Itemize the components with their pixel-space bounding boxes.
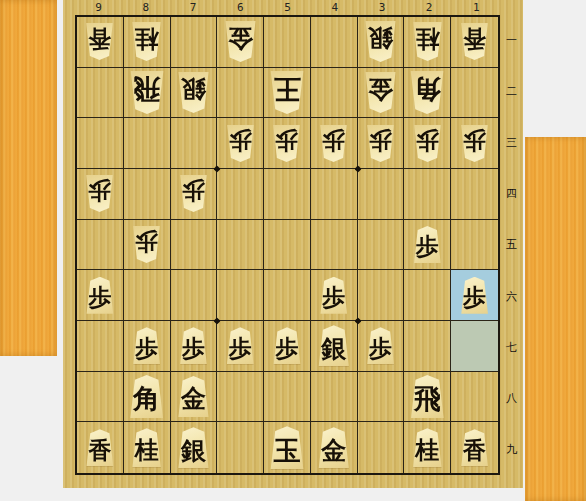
square-74[interactable]: 歩 — [171, 169, 218, 220]
left-komadai-panel — [0, 0, 57, 356]
gote-pawn-63[interactable]: 歩 — [225, 125, 256, 162]
square-61[interactable]: 金 — [217, 17, 264, 68]
sente-rook-28[interactable]: 飛 — [408, 375, 446, 418]
square-36[interactable] — [358, 270, 405, 321]
square-72[interactable]: 銀 — [171, 68, 218, 119]
rank-label-2: 二 — [500, 66, 523, 117]
square-99[interactable]: 香 — [77, 422, 124, 473]
file-labels: 987654321 — [75, 0, 500, 15]
square-82[interactable]: 飛 — [124, 68, 171, 119]
square-55[interactable] — [264, 220, 311, 271]
square-98[interactable] — [77, 372, 124, 423]
gote-pawn-85[interactable]: 歩 — [131, 226, 162, 263]
sente-king-59[interactable]: 玉 — [268, 426, 306, 469]
gote-bishop-22[interactable]: 角 — [408, 71, 446, 114]
square-27[interactable] — [404, 321, 451, 372]
rank-label-9: 九 — [500, 424, 523, 475]
square-15[interactable] — [451, 220, 498, 271]
gote-gold-32[interactable]: 金 — [363, 72, 398, 113]
square-24[interactable] — [404, 169, 451, 220]
square-66[interactable] — [217, 270, 264, 321]
square-84[interactable] — [124, 169, 171, 220]
sente-pawn-87[interactable]: 歩 — [131, 327, 162, 364]
sente-pawn-96[interactable]: 歩 — [84, 277, 115, 314]
square-78[interactable]: 金 — [171, 372, 218, 423]
square-42[interactable] — [311, 68, 358, 119]
square-12[interactable] — [451, 68, 498, 119]
square-44[interactable] — [311, 169, 358, 220]
square-17[interactable] — [451, 321, 498, 372]
square-26[interactable] — [404, 270, 451, 321]
square-65[interactable] — [217, 220, 264, 271]
square-57[interactable]: 歩 — [264, 321, 311, 372]
right-komadai-panel — [525, 137, 586, 501]
square-11[interactable]: 香 — [451, 17, 498, 68]
square-53[interactable]: 歩 — [264, 118, 311, 169]
sente-silver-79[interactable]: 銀 — [176, 427, 211, 468]
square-81[interactable]: 桂 — [124, 17, 171, 68]
board-grid[interactable]: 香桂金銀桂香飛銀王金角歩歩歩歩歩歩歩歩歩歩歩歩歩歩歩歩歩銀歩角金飛香桂銀玉金桂香 — [75, 15, 500, 475]
square-38[interactable] — [358, 372, 405, 423]
square-37[interactable]: 歩 — [358, 321, 405, 372]
square-19[interactable]: 香 — [451, 422, 498, 473]
square-95[interactable] — [77, 220, 124, 271]
square-77[interactable]: 歩 — [171, 321, 218, 372]
square-45[interactable] — [311, 220, 358, 271]
square-34[interactable] — [358, 169, 405, 220]
square-31[interactable]: 銀 — [358, 17, 405, 68]
sente-pawn-37[interactable]: 歩 — [365, 327, 396, 364]
sente-pawn-16[interactable]: 歩 — [459, 277, 490, 314]
square-67[interactable]: 歩 — [217, 321, 264, 372]
square-91[interactable]: 香 — [77, 17, 124, 68]
square-76[interactable] — [171, 270, 218, 321]
square-94[interactable]: 歩 — [77, 169, 124, 220]
sente-bishop-88[interactable]: 角 — [128, 375, 166, 418]
square-88[interactable]: 角 — [124, 372, 171, 423]
square-18[interactable] — [451, 372, 498, 423]
square-89[interactable]: 桂 — [124, 422, 171, 473]
gote-gold-61[interactable]: 金 — [223, 21, 258, 62]
square-97[interactable] — [77, 321, 124, 372]
square-28[interactable]: 飛 — [404, 372, 451, 423]
square-41[interactable] — [311, 17, 358, 68]
square-92[interactable] — [77, 68, 124, 119]
sente-knight-29[interactable]: 桂 — [411, 428, 444, 467]
square-13[interactable]: 歩 — [451, 118, 498, 169]
file-label-4: 4 — [311, 0, 358, 15]
square-93[interactable] — [77, 118, 124, 169]
gote-pawn-74[interactable]: 歩 — [178, 175, 209, 212]
gote-silver-72[interactable]: 銀 — [176, 72, 211, 113]
sente-pawn-67[interactable]: 歩 — [225, 327, 256, 364]
square-29[interactable]: 桂 — [404, 422, 451, 473]
square-83[interactable] — [124, 118, 171, 169]
sente-pawn-77[interactable]: 歩 — [178, 327, 209, 364]
gote-rook-82[interactable]: 飛 — [128, 71, 166, 114]
gote-lance-11[interactable]: 香 — [459, 23, 490, 60]
square-86[interactable] — [124, 270, 171, 321]
square-59[interactable]: 玉 — [264, 422, 311, 473]
square-48[interactable] — [311, 372, 358, 423]
square-58[interactable] — [264, 372, 311, 423]
gote-pawn-13[interactable]: 歩 — [459, 125, 490, 162]
shogi-app: 987654321 香桂金銀桂香飛銀王金角歩歩歩歩歩歩歩歩歩歩歩歩歩歩歩歩歩銀歩… — [0, 0, 586, 501]
gote-king-52[interactable]: 王 — [268, 71, 306, 114]
square-71[interactable] — [171, 17, 218, 68]
square-64[interactable] — [217, 169, 264, 220]
square-23[interactable]: 歩 — [404, 118, 451, 169]
gote-pawn-23[interactable]: 歩 — [412, 125, 443, 162]
square-25[interactable]: 歩 — [404, 220, 451, 271]
gote-knight-81[interactable]: 桂 — [130, 22, 163, 61]
sente-knight-89[interactable]: 桂 — [130, 428, 163, 467]
file-label-5: 5 — [264, 0, 311, 15]
square-96[interactable]: 歩 — [77, 270, 124, 321]
rank-label-5: 五 — [500, 219, 523, 270]
sente-pawn-25[interactable]: 歩 — [412, 226, 443, 263]
file-label-6: 6 — [217, 0, 264, 15]
file-label-7: 7 — [169, 0, 216, 15]
gote-pawn-53[interactable]: 歩 — [271, 125, 302, 162]
rank-label-1: 一 — [500, 15, 523, 66]
square-47[interactable]: 銀 — [311, 321, 358, 372]
gote-pawn-94[interactable]: 歩 — [84, 175, 115, 212]
file-label-2: 2 — [406, 0, 453, 15]
rank-label-4: 四 — [500, 168, 523, 219]
gote-pawn-43[interactable]: 歩 — [318, 125, 349, 162]
file-label-8: 8 — [122, 0, 169, 15]
sente-lance-99[interactable]: 香 — [84, 429, 115, 466]
rank-label-7: 七 — [500, 322, 523, 373]
sente-pawn-57[interactable]: 歩 — [271, 327, 302, 364]
square-68[interactable] — [217, 372, 264, 423]
square-56[interactable] — [264, 270, 311, 321]
file-label-1: 1 — [453, 0, 500, 15]
gote-knight-21[interactable]: 桂 — [411, 22, 444, 61]
square-39[interactable] — [358, 422, 405, 473]
square-85[interactable]: 歩 — [124, 220, 171, 271]
square-14[interactable] — [451, 169, 498, 220]
square-73[interactable] — [171, 118, 218, 169]
sente-pawn-46[interactable]: 歩 — [318, 277, 349, 314]
square-33[interactable]: 歩 — [358, 118, 405, 169]
gote-lance-91[interactable]: 香 — [84, 23, 115, 60]
square-43[interactable]: 歩 — [311, 118, 358, 169]
square-49[interactable]: 金 — [311, 422, 358, 473]
square-87[interactable]: 歩 — [124, 321, 171, 372]
square-54[interactable] — [264, 169, 311, 220]
file-label-9: 9 — [75, 0, 122, 15]
square-75[interactable] — [171, 220, 218, 271]
square-51[interactable] — [264, 17, 311, 68]
rank-labels: 一二三四五六七八九 — [500, 15, 523, 475]
rank-label-3: 三 — [500, 117, 523, 168]
square-21[interactable]: 桂 — [404, 17, 451, 68]
sente-silver-47[interactable]: 銀 — [316, 325, 351, 366]
square-79[interactable]: 銀 — [171, 422, 218, 473]
square-69[interactable] — [217, 422, 264, 473]
square-32[interactable]: 金 — [358, 68, 405, 119]
square-52[interactable]: 王 — [264, 68, 311, 119]
square-62[interactable] — [217, 68, 264, 119]
gote-silver-31[interactable]: 銀 — [363, 21, 398, 62]
sente-gold-49[interactable]: 金 — [316, 427, 351, 468]
square-22[interactable]: 角 — [404, 68, 451, 119]
sente-gold-78[interactable]: 金 — [176, 376, 211, 417]
file-label-3: 3 — [358, 0, 405, 15]
shogi-board: 987654321 香桂金銀桂香飛銀王金角歩歩歩歩歩歩歩歩歩歩歩歩歩歩歩歩歩銀歩… — [63, 0, 523, 488]
square-46[interactable]: 歩 — [311, 270, 358, 321]
rank-label-8: 八 — [500, 373, 523, 424]
rank-label-6: 六 — [500, 271, 523, 322]
square-35[interactable] — [358, 220, 405, 271]
square-16[interactable]: 歩 — [451, 270, 498, 321]
gote-pawn-33[interactable]: 歩 — [365, 125, 396, 162]
square-63[interactable]: 歩 — [217, 118, 264, 169]
sente-lance-19[interactable]: 香 — [459, 429, 490, 466]
